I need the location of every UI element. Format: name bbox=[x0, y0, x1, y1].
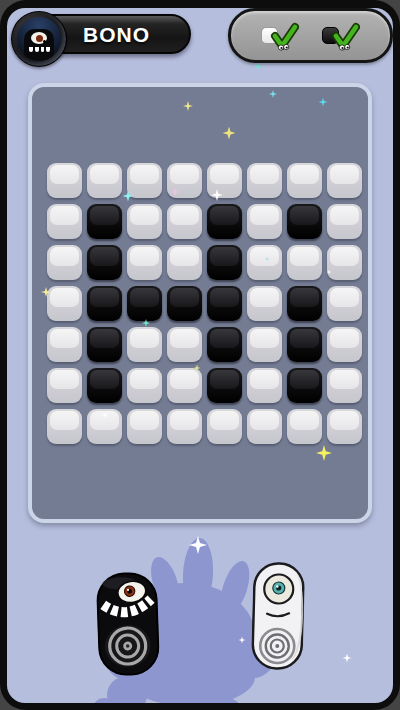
tile-white[interactable] bbox=[167, 368, 202, 403]
tile-white[interactable] bbox=[247, 286, 282, 321]
tile-white[interactable] bbox=[247, 409, 282, 444]
tile-white[interactable] bbox=[287, 409, 322, 444]
tile-black[interactable] bbox=[287, 286, 322, 321]
tile-white[interactable] bbox=[167, 204, 202, 239]
tile-white[interactable] bbox=[327, 204, 362, 239]
tile-white[interactable] bbox=[47, 368, 82, 403]
tile-white[interactable] bbox=[127, 409, 162, 444]
goal-status-panel bbox=[228, 8, 393, 63]
tile-black[interactable] bbox=[87, 245, 122, 280]
tile-white[interactable] bbox=[47, 327, 82, 362]
tile-white[interactable] bbox=[327, 409, 362, 444]
tile-black[interactable] bbox=[287, 368, 322, 403]
tile-white[interactable] bbox=[167, 409, 202, 444]
black-monster-icon bbox=[95, 571, 161, 677]
tile-white[interactable] bbox=[247, 245, 282, 280]
tile-black[interactable] bbox=[87, 204, 122, 239]
tile-black[interactable] bbox=[207, 286, 242, 321]
board-panel bbox=[28, 83, 372, 523]
tile-white[interactable] bbox=[207, 163, 242, 198]
tile-black[interactable] bbox=[87, 368, 122, 403]
tile-white[interactable] bbox=[327, 163, 362, 198]
tile-white[interactable] bbox=[327, 368, 362, 403]
belly-rings-icon bbox=[260, 629, 295, 664]
tile-white[interactable] bbox=[167, 245, 202, 280]
tile-white[interactable] bbox=[87, 163, 122, 198]
tile-white[interactable] bbox=[127, 368, 162, 403]
game-screen: BONO bbox=[7, 8, 393, 703]
tile-white[interactable] bbox=[167, 327, 202, 362]
black-tiles-goal-toggle[interactable] bbox=[322, 20, 360, 52]
black-monster-character[interactable] bbox=[95, 571, 161, 681]
tile-black[interactable] bbox=[207, 245, 242, 280]
avatar-monster-icon bbox=[17, 17, 61, 61]
white-monster-character[interactable] bbox=[251, 561, 306, 674]
teal-eye-icon bbox=[264, 574, 294, 604]
player-name-label: BONO bbox=[83, 23, 150, 47]
tile-white[interactable] bbox=[247, 327, 282, 362]
tile-white[interactable] bbox=[47, 204, 82, 239]
tile-white[interactable] bbox=[167, 163, 202, 198]
tile-white[interactable] bbox=[47, 163, 82, 198]
tile-white[interactable] bbox=[47, 245, 82, 280]
tile-white[interactable] bbox=[207, 409, 242, 444]
tile-black[interactable] bbox=[167, 286, 202, 321]
tile-white[interactable] bbox=[127, 327, 162, 362]
tile-white[interactable] bbox=[247, 368, 282, 403]
tile-white[interactable] bbox=[247, 163, 282, 198]
tile-black[interactable] bbox=[207, 327, 242, 362]
tile-white[interactable] bbox=[127, 204, 162, 239]
app-frame: BONO bbox=[0, 0, 400, 710]
tile-white[interactable] bbox=[127, 245, 162, 280]
player-avatar-icon bbox=[11, 11, 67, 67]
tile-white[interactable] bbox=[287, 163, 322, 198]
board-grid bbox=[47, 163, 362, 444]
tile-black[interactable] bbox=[207, 204, 242, 239]
green-check-icon bbox=[330, 22, 360, 52]
tile-white[interactable] bbox=[327, 327, 362, 362]
tile-black[interactable] bbox=[287, 204, 322, 239]
tile-white[interactable] bbox=[47, 409, 82, 444]
tile-white[interactable] bbox=[47, 286, 82, 321]
tile-white[interactable] bbox=[127, 163, 162, 198]
green-check-icon bbox=[269, 22, 299, 52]
white-monster-icon bbox=[251, 561, 306, 670]
tile-white[interactable] bbox=[247, 204, 282, 239]
tile-white[interactable] bbox=[327, 245, 362, 280]
tile-white[interactable] bbox=[287, 245, 322, 280]
tile-black[interactable] bbox=[287, 327, 322, 362]
tile-black[interactable] bbox=[207, 368, 242, 403]
tile-black[interactable] bbox=[87, 327, 122, 362]
sparkle-icon bbox=[343, 654, 352, 663]
tile-black[interactable] bbox=[87, 286, 122, 321]
tile-black[interactable] bbox=[127, 286, 162, 321]
tile-white[interactable] bbox=[327, 286, 362, 321]
white-tiles-goal-toggle[interactable] bbox=[261, 20, 299, 52]
